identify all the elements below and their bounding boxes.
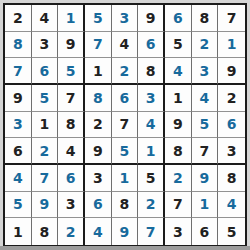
cell-r3c1[interactable]: 7 xyxy=(5,58,32,85)
given-digit: 9 xyxy=(146,11,156,25)
given-digit: 7 xyxy=(200,144,210,158)
given-digit: 5 xyxy=(146,171,156,185)
cell-r5c6[interactable]: 4 xyxy=(138,112,165,139)
cell-r3c6[interactable]: 8 xyxy=(138,58,165,85)
given-digit: 9 xyxy=(227,64,237,78)
cell-r4c5[interactable]: 6 xyxy=(112,85,139,112)
cell-r8c6[interactable]: 2 xyxy=(138,192,165,219)
filled-digit: 3 xyxy=(200,64,210,78)
cell-r8c1[interactable]: 5 xyxy=(5,192,32,219)
cell-r8c8[interactable]: 1 xyxy=(192,192,219,219)
filled-digit: 2 xyxy=(40,144,50,158)
given-digit: 1 xyxy=(93,64,103,78)
filled-digit: 4 xyxy=(200,91,210,105)
cell-r4c8[interactable]: 4 xyxy=(192,85,219,112)
filled-digit: 8 xyxy=(93,91,103,105)
given-digit: 8 xyxy=(227,171,237,185)
filled-digit: 7 xyxy=(13,64,23,78)
cell-r3c8[interactable]: 3 xyxy=(192,58,219,85)
cell-r3c2[interactable]: 6 xyxy=(32,58,59,85)
cell-r9c4[interactable]: 4 xyxy=(85,218,112,245)
cell-r6c3[interactable]: 4 xyxy=(58,138,85,165)
cell-r1c1[interactable]: 2 xyxy=(5,5,32,32)
given-digit: 5 xyxy=(173,37,183,51)
cell-r5c3[interactable]: 8 xyxy=(58,112,85,139)
filled-digit: 1 xyxy=(146,144,156,158)
filled-digit: 4 xyxy=(13,171,23,185)
cell-r5c7[interactable]: 9 xyxy=(165,112,192,139)
filled-digit: 6 xyxy=(227,117,237,131)
given-digit: 4 xyxy=(120,37,130,51)
given-digit: 5 xyxy=(227,225,237,239)
cell-r1c4[interactable]: 5 xyxy=(85,5,112,32)
cell-r4c1[interactable]: 9 xyxy=(5,85,32,112)
cell-r6c6[interactable]: 1 xyxy=(138,138,165,165)
cell-r7c3[interactable]: 6 xyxy=(58,165,85,192)
cell-r4c6[interactable]: 3 xyxy=(138,85,165,112)
cell-r2c6[interactable]: 6 xyxy=(138,32,165,59)
cell-r2c5[interactable]: 4 xyxy=(112,32,139,59)
cell-r1c3[interactable]: 1 xyxy=(58,5,85,32)
cell-r2c9[interactable]: 1 xyxy=(218,32,245,59)
given-digit: 3 xyxy=(40,37,50,51)
filled-digit: 4 xyxy=(93,225,103,239)
given-digit: 7 xyxy=(227,11,237,25)
cell-r5c8[interactable]: 5 xyxy=(192,112,219,139)
given-digit: 3 xyxy=(93,171,103,185)
cell-r6c1[interactable]: 6 xyxy=(5,138,32,165)
cell-r5c1[interactable]: 3 xyxy=(5,112,32,139)
filled-digit: 9 xyxy=(40,197,50,211)
filled-digit: 3 xyxy=(120,11,130,25)
cell-r9c7[interactable]: 3 xyxy=(165,218,192,245)
cell-r8c3[interactable]: 3 xyxy=(58,192,85,219)
filled-digit: 1 xyxy=(120,171,130,185)
cell-r7c7[interactable]: 2 xyxy=(165,165,192,192)
given-digit: 2 xyxy=(227,91,237,105)
filled-digit: 7 xyxy=(40,171,50,185)
filled-digit: 9 xyxy=(200,171,210,185)
filled-digit: 2 xyxy=(200,37,210,51)
cell-r1c8[interactable]: 8 xyxy=(192,5,219,32)
cell-r4c2[interactable]: 5 xyxy=(32,85,59,112)
cell-r9c2[interactable]: 8 xyxy=(32,218,59,245)
cell-r9c6[interactable]: 7 xyxy=(138,218,165,245)
cell-r8c9[interactable]: 4 xyxy=(218,192,245,219)
sudoku-board: 2415396878397465217651284399578631423182… xyxy=(3,3,247,247)
filled-digit: 5 xyxy=(40,91,50,105)
cell-r3c9[interactable]: 9 xyxy=(218,58,245,85)
cell-r4c7[interactable]: 1 xyxy=(165,85,192,112)
given-digit: 9 xyxy=(66,37,76,51)
cell-r8c2[interactable]: 9 xyxy=(32,192,59,219)
filled-digit: 6 xyxy=(66,171,76,185)
filled-digit: 6 xyxy=(120,91,130,105)
given-digit: 1 xyxy=(40,117,50,131)
cell-r9c3[interactable]: 2 xyxy=(58,218,85,245)
cell-r9c1[interactable]: 1 xyxy=(5,218,32,245)
cell-r2c1[interactable]: 8 xyxy=(5,32,32,59)
filled-digit: 5 xyxy=(13,197,23,211)
cell-r1c6[interactable]: 9 xyxy=(138,5,165,32)
cell-r4c3[interactable]: 7 xyxy=(58,85,85,112)
given-digit: 9 xyxy=(13,91,23,105)
given-digit: 8 xyxy=(120,197,130,211)
filled-digit: 7 xyxy=(146,225,156,239)
given-digit: 8 xyxy=(173,144,183,158)
given-digit: 8 xyxy=(200,11,210,25)
given-digit: 7 xyxy=(120,117,130,131)
given-digit: 8 xyxy=(146,64,156,78)
given-digit: 7 xyxy=(66,91,76,105)
filled-digit: 9 xyxy=(120,225,130,239)
cell-r4c4[interactable]: 8 xyxy=(85,85,112,112)
given-digit: 3 xyxy=(66,197,76,211)
cell-r5c5[interactable]: 7 xyxy=(112,112,139,139)
cell-r3c5[interactable]: 2 xyxy=(112,58,139,85)
filled-digit: 6 xyxy=(173,11,183,25)
filled-digit: 5 xyxy=(93,11,103,25)
cell-r7c4[interactable]: 3 xyxy=(85,165,112,192)
filled-digit: 4 xyxy=(173,64,183,78)
filled-digit: 2 xyxy=(173,171,183,185)
cell-r2c4[interactable]: 7 xyxy=(85,32,112,59)
cell-r1c7[interactable]: 6 xyxy=(165,5,192,32)
cell-r6c5[interactable]: 5 xyxy=(112,138,139,165)
filled-digit: 7 xyxy=(93,37,103,51)
cell-r9c8[interactable]: 6 xyxy=(192,218,219,245)
cell-r7c5[interactable]: 1 xyxy=(112,165,139,192)
cell-r8c4[interactable]: 6 xyxy=(85,192,112,219)
given-digit: 3 xyxy=(227,144,237,158)
cell-r8c7[interactable]: 7 xyxy=(165,192,192,219)
cell-r1c2[interactable]: 4 xyxy=(32,5,59,32)
given-digit: 9 xyxy=(93,144,103,158)
cell-r6c7[interactable]: 8 xyxy=(165,138,192,165)
filled-digit: 8 xyxy=(13,37,23,51)
cell-r7c8[interactable]: 9 xyxy=(192,165,219,192)
filled-digit: 6 xyxy=(40,64,50,78)
filled-digit: 4 xyxy=(227,197,237,211)
filled-digit: 5 xyxy=(120,144,130,158)
app-background: { "game": "sudoku", "position": { "grid"… xyxy=(0,0,250,250)
cell-r9c5[interactable]: 9 xyxy=(112,218,139,245)
cell-r3c3[interactable]: 5 xyxy=(58,58,85,85)
filled-digit: 3 xyxy=(146,91,156,105)
cell-r2c2[interactable]: 3 xyxy=(32,32,59,59)
filled-digit: 2 xyxy=(120,64,130,78)
given-digit: 8 xyxy=(66,117,76,131)
given-digit: 9 xyxy=(173,117,183,131)
filled-digit: 1 xyxy=(66,11,76,25)
given-digit: 8 xyxy=(40,225,50,239)
given-digit: 6 xyxy=(200,225,210,239)
filled-digit: 3 xyxy=(13,117,23,131)
filled-digit: 4 xyxy=(146,117,156,131)
given-digit: 2 xyxy=(93,117,103,131)
cell-r7c2[interactable]: 7 xyxy=(32,165,59,192)
given-digit: 1 xyxy=(13,225,23,239)
cell-r7c9[interactable]: 8 xyxy=(218,165,245,192)
window-bottom-edge xyxy=(0,246,250,250)
cell-r3c4[interactable]: 1 xyxy=(85,58,112,85)
cell-r6c8[interactable]: 7 xyxy=(192,138,219,165)
filled-digit: 2 xyxy=(146,197,156,211)
given-digit: 1 xyxy=(173,91,183,105)
cell-r1c5[interactable]: 3 xyxy=(112,5,139,32)
cell-r8c5[interactable]: 8 xyxy=(112,192,139,219)
cell-r4c9[interactable]: 2 xyxy=(218,85,245,112)
given-digit: 6 xyxy=(13,144,23,158)
filled-digit: 5 xyxy=(66,64,76,78)
cell-r7c6[interactable]: 5 xyxy=(138,165,165,192)
given-digit: 4 xyxy=(66,144,76,158)
filled-digit: 1 xyxy=(227,37,237,51)
cell-r5c2[interactable]: 1 xyxy=(32,112,59,139)
filled-digit: 1 xyxy=(200,197,210,211)
filled-digit: 6 xyxy=(146,37,156,51)
cell-r6c9[interactable]: 3 xyxy=(218,138,245,165)
cell-r7c1[interactable]: 4 xyxy=(5,165,32,192)
cell-r1c9[interactable]: 7 xyxy=(218,5,245,32)
cell-r5c4[interactable]: 2 xyxy=(85,112,112,139)
given-digit: 7 xyxy=(173,197,183,211)
cell-r6c2[interactable]: 2 xyxy=(32,138,59,165)
filled-digit: 5 xyxy=(200,117,210,131)
cell-r2c8[interactable]: 2 xyxy=(192,32,219,59)
given-digit: 2 xyxy=(13,11,23,25)
cell-r5c9[interactable]: 6 xyxy=(218,112,245,139)
filled-digit: 6 xyxy=(93,197,103,211)
given-digit: 3 xyxy=(173,225,183,239)
cell-r6c4[interactable]: 9 xyxy=(85,138,112,165)
cell-r2c7[interactable]: 5 xyxy=(165,32,192,59)
cell-r9c9[interactable]: 5 xyxy=(218,218,245,245)
cell-r3c7[interactable]: 4 xyxy=(165,58,192,85)
given-digit: 4 xyxy=(40,11,50,25)
filled-digit: 2 xyxy=(66,225,76,239)
cell-r2c3[interactable]: 9 xyxy=(58,32,85,59)
